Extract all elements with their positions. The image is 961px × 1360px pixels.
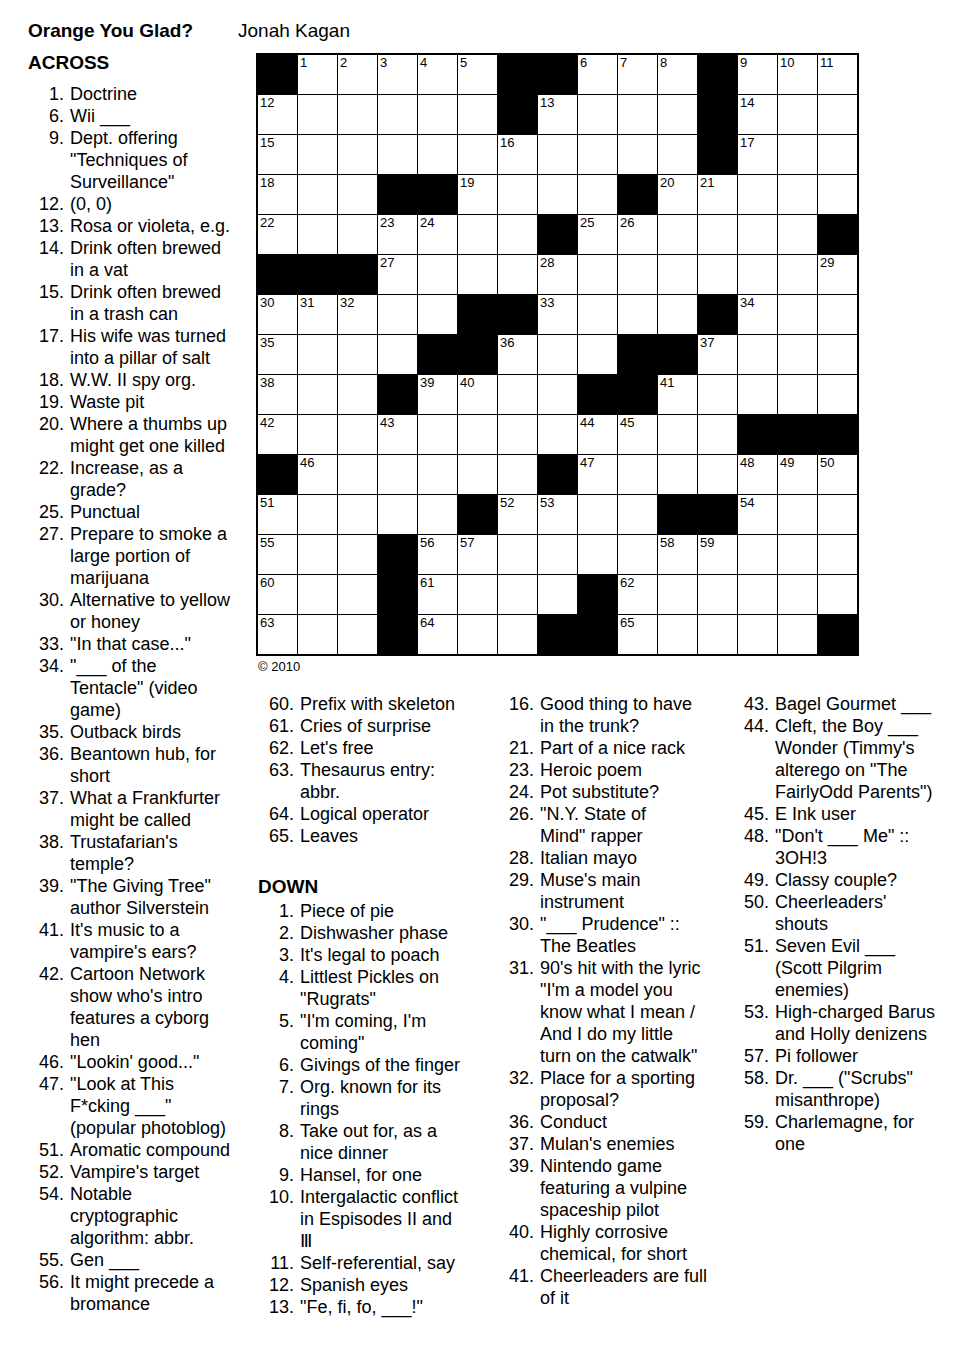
clue-across-20: 20.Where a thumbs up might get one kille… bbox=[28, 413, 254, 457]
cell-r1c7 bbox=[498, 55, 537, 94]
cell-r4c3[interactable] bbox=[338, 175, 377, 214]
clue-text: Nintendo game featuring a vulpine spaces… bbox=[540, 1155, 728, 1221]
cell-r4c14[interactable] bbox=[778, 175, 817, 214]
cell-r6c8[interactable]: 28 bbox=[538, 255, 577, 294]
clue-number: 40. bbox=[498, 1221, 540, 1243]
cell-r14c5[interactable]: 61 bbox=[418, 575, 457, 614]
cell-r12c7[interactable]: 52 bbox=[498, 495, 537, 534]
clue-number: 57. bbox=[733, 1045, 775, 1067]
cell-r12c13[interactable]: 54 bbox=[738, 495, 777, 534]
cell-r15c11[interactable] bbox=[658, 615, 697, 654]
clue-text: Dishwasher phase bbox=[300, 922, 490, 944]
cell-r9c8[interactable] bbox=[538, 375, 577, 414]
clue-text: Littlest Pickles on "Rugrats" bbox=[300, 966, 490, 1010]
cell-r2c10[interactable] bbox=[618, 95, 657, 134]
cell-r2c5[interactable] bbox=[418, 95, 457, 134]
cell-r2c7 bbox=[498, 95, 537, 134]
cell-r2c15[interactable] bbox=[818, 95, 857, 134]
clue-down-2: 2.Dishwasher phase bbox=[258, 922, 490, 944]
cell-r14c13[interactable] bbox=[738, 575, 777, 614]
cell-r1c4[interactable]: 3 bbox=[378, 55, 417, 94]
cell-r7c14[interactable] bbox=[778, 295, 817, 334]
cell-r11c3[interactable] bbox=[338, 455, 377, 494]
cell-r3c15[interactable] bbox=[818, 135, 857, 174]
cell-r8c9[interactable] bbox=[578, 335, 617, 374]
cell-r3c4[interactable] bbox=[378, 135, 417, 174]
cell-r13c9[interactable] bbox=[578, 535, 617, 574]
cell-r4c13[interactable] bbox=[738, 175, 777, 214]
cell-r12c14[interactable] bbox=[778, 495, 817, 534]
cell-r3c9[interactable] bbox=[578, 135, 617, 174]
cell-r9c11[interactable]: 41 bbox=[658, 375, 697, 414]
cell-number: 53 bbox=[540, 495, 554, 510]
cell-r15c2[interactable] bbox=[298, 615, 337, 654]
cell-number: 47 bbox=[580, 455, 594, 470]
cell-number: 44 bbox=[580, 415, 594, 430]
clue-across-17: 17.His wife was turned into a pillar of … bbox=[28, 325, 254, 369]
cell-r1c6[interactable]: 5 bbox=[458, 55, 497, 94]
cell-r15c5[interactable]: 64 bbox=[418, 615, 457, 654]
cell-r1c10[interactable]: 7 bbox=[618, 55, 657, 94]
clue-number: 12. bbox=[258, 1274, 300, 1296]
cell-r13c11[interactable]: 58 bbox=[658, 535, 697, 574]
clue-text: Place for a sporting proposal? bbox=[540, 1067, 728, 1111]
clue-across-6: 6.Wii ___ bbox=[28, 105, 254, 127]
cell-number: 11 bbox=[820, 55, 834, 70]
cell-r11c10[interactable] bbox=[618, 455, 657, 494]
cell-r10c1[interactable]: 42 bbox=[258, 415, 297, 454]
clue-across-35: 35.Outback birds bbox=[28, 721, 254, 743]
cell-r11c4[interactable] bbox=[378, 455, 417, 494]
cell-r13c8[interactable] bbox=[538, 535, 577, 574]
cell-r10c12[interactable] bbox=[698, 415, 737, 454]
cell-r5c4[interactable]: 23 bbox=[378, 215, 417, 254]
clue-number: 43. bbox=[733, 693, 775, 715]
cell-r15c1[interactable]: 63 bbox=[258, 615, 297, 654]
clue-number: 10. bbox=[258, 1186, 300, 1208]
cell-r11c5[interactable] bbox=[418, 455, 457, 494]
clue-across-41: 41.It's music to a vampire's ears? bbox=[28, 919, 254, 963]
clue-text: "N.Y. State of Mind" rapper bbox=[540, 803, 728, 847]
cell-r1c2[interactable]: 1 bbox=[298, 55, 337, 94]
cell-r10c10[interactable]: 45 bbox=[618, 415, 657, 454]
cell-r1c5[interactable]: 4 bbox=[418, 55, 457, 94]
cell-r6c12[interactable] bbox=[698, 255, 737, 294]
cell-r14c1[interactable]: 60 bbox=[258, 575, 297, 614]
clue-down-48: 48."Don't ___ Me" :: 3OH!3 bbox=[733, 825, 961, 869]
clue-text: "___ of the Tentacle" (video game) bbox=[70, 655, 254, 721]
clue-down-7: 7.Org. known for its rings bbox=[258, 1076, 490, 1120]
cell-r3c13[interactable]: 17 bbox=[738, 135, 777, 174]
cell-r11c9[interactable]: 47 bbox=[578, 455, 617, 494]
cell-r4c7[interactable] bbox=[498, 175, 537, 214]
cell-r6c15[interactable]: 29 bbox=[818, 255, 857, 294]
cell-r5c3[interactable] bbox=[338, 215, 377, 254]
cell-number: 30 bbox=[260, 295, 274, 310]
cell-number: 51 bbox=[260, 495, 274, 510]
cell-r6c6[interactable] bbox=[458, 255, 497, 294]
cell-r2c14[interactable] bbox=[778, 95, 817, 134]
cell-r6c7[interactable] bbox=[498, 255, 537, 294]
cell-r15c7[interactable] bbox=[498, 615, 537, 654]
cell-r4c2[interactable] bbox=[298, 175, 337, 214]
cell-number: 55 bbox=[260, 535, 274, 550]
clue-down-49: 49.Classy couple? bbox=[733, 869, 961, 891]
cell-r6c13[interactable] bbox=[738, 255, 777, 294]
cell-number: 4 bbox=[420, 55, 427, 70]
cell-r13c1[interactable]: 55 bbox=[258, 535, 297, 574]
clue-number: 37. bbox=[498, 1133, 540, 1155]
cell-r5c6[interactable] bbox=[458, 215, 497, 254]
clue-text: Cries of surprise bbox=[300, 715, 490, 737]
cell-r5c13[interactable] bbox=[738, 215, 777, 254]
clue-number: 24. bbox=[498, 781, 540, 803]
cell-r4c4 bbox=[378, 175, 417, 214]
cell-r13c14[interactable] bbox=[778, 535, 817, 574]
cell-r7c11[interactable] bbox=[658, 295, 697, 334]
cell-r15c3[interactable] bbox=[338, 615, 377, 654]
cell-r10c5[interactable] bbox=[418, 415, 457, 454]
cell-r1c3[interactable]: 2 bbox=[338, 55, 377, 94]
cell-number: 32 bbox=[340, 295, 354, 310]
cell-r3c8[interactable] bbox=[538, 135, 577, 174]
cell-r2c11[interactable] bbox=[658, 95, 697, 134]
clue-number: 6. bbox=[258, 1054, 300, 1076]
cell-r3c3[interactable] bbox=[338, 135, 377, 174]
cell-r1c13[interactable]: 9 bbox=[738, 55, 777, 94]
cell-r13c15[interactable] bbox=[818, 535, 857, 574]
clue-across-34: 34."___ of the Tentacle" (video game) bbox=[28, 655, 254, 721]
cell-r6c2 bbox=[298, 255, 337, 294]
cell-r5c9[interactable]: 25 bbox=[578, 215, 617, 254]
cell-r8c4[interactable] bbox=[378, 335, 417, 374]
clue-across-38: 38.Trustafarian's temple? bbox=[28, 831, 254, 875]
clue-text: Leaves bbox=[300, 825, 490, 847]
cell-r13c2[interactable] bbox=[298, 535, 337, 574]
cell-r2c3[interactable] bbox=[338, 95, 377, 134]
cell-r8c3[interactable] bbox=[338, 335, 377, 374]
clue-number: 25. bbox=[28, 501, 70, 523]
clue-number: 33. bbox=[28, 633, 70, 655]
clue-text: Mulan's enemies bbox=[540, 1133, 728, 1155]
clue-text: Thesaurus entry: abbr. bbox=[300, 759, 490, 803]
cell-r6c11[interactable] bbox=[658, 255, 697, 294]
cell-r2c4[interactable] bbox=[378, 95, 417, 134]
clue-down-31: 31.90's hit with the lyric "I'm a model … bbox=[498, 957, 728, 1067]
clue-number: 1. bbox=[258, 900, 300, 922]
cell-r2c9[interactable] bbox=[578, 95, 617, 134]
clue-text: Self-referential, say bbox=[300, 1252, 490, 1274]
clue-number: 2. bbox=[258, 922, 300, 944]
cell-r12c12 bbox=[698, 495, 737, 534]
cell-r10c2[interactable] bbox=[298, 415, 337, 454]
clue-number: 32. bbox=[498, 1067, 540, 1089]
cell-r15c13[interactable] bbox=[738, 615, 777, 654]
cell-r7c5[interactable] bbox=[418, 295, 457, 334]
cell-r14c10[interactable]: 62 bbox=[618, 575, 657, 614]
cell-r7c9[interactable] bbox=[578, 295, 617, 334]
cell-r3c14[interactable] bbox=[778, 135, 817, 174]
cell-r15c12[interactable] bbox=[698, 615, 737, 654]
clue-down-28: 28.Italian mayo bbox=[498, 847, 728, 869]
cell-r13c10[interactable] bbox=[618, 535, 657, 574]
cell-r4c6[interactable]: 19 bbox=[458, 175, 497, 214]
cell-r9c2[interactable] bbox=[298, 375, 337, 414]
cell-r3c5[interactable] bbox=[418, 135, 457, 174]
cell-r12c10[interactable] bbox=[618, 495, 657, 534]
clue-down-26: 26."N.Y. State of Mind" rapper bbox=[498, 803, 728, 847]
cell-r12c4[interactable] bbox=[378, 495, 417, 534]
cell-r10c11[interactable] bbox=[658, 415, 697, 454]
cell-r9c15[interactable] bbox=[818, 375, 857, 414]
cell-r1c9[interactable]: 6 bbox=[578, 55, 617, 94]
clue-down-11: 11.Self-referential, say bbox=[258, 1252, 490, 1274]
cell-r15c9 bbox=[578, 615, 617, 654]
cell-number: 54 bbox=[740, 495, 754, 510]
cell-r11c6[interactable] bbox=[458, 455, 497, 494]
clue-across-61: 61.Cries of surprise bbox=[258, 715, 490, 737]
cell-r11c11[interactable] bbox=[658, 455, 697, 494]
cell-r12c6 bbox=[458, 495, 497, 534]
cell-r13c3[interactable] bbox=[338, 535, 377, 574]
cell-r10c7[interactable] bbox=[498, 415, 537, 454]
clue-text: Hansel, for one bbox=[300, 1164, 490, 1186]
cell-r15c14[interactable] bbox=[778, 615, 817, 654]
cell-number: 23 bbox=[380, 215, 394, 230]
clue-text: Givings of the finger bbox=[300, 1054, 490, 1076]
clue-across-33: 33."In that case..." bbox=[28, 633, 254, 655]
clue-number: 58. bbox=[733, 1067, 775, 1089]
cell-r8c13[interactable] bbox=[738, 335, 777, 374]
cell-r3c10[interactable] bbox=[618, 135, 657, 174]
cell-r9c14[interactable] bbox=[778, 375, 817, 414]
cell-r4c12[interactable]: 21 bbox=[698, 175, 737, 214]
cell-r6c4[interactable]: 27 bbox=[378, 255, 417, 294]
cell-r14c8[interactable] bbox=[538, 575, 577, 614]
cell-r6c5[interactable] bbox=[418, 255, 457, 294]
cell-r2c1[interactable]: 12 bbox=[258, 95, 297, 134]
cell-r13c5[interactable]: 56 bbox=[418, 535, 457, 574]
cell-r6c9[interactable] bbox=[578, 255, 617, 294]
cell-r5c7[interactable] bbox=[498, 215, 537, 254]
cell-r7c3[interactable]: 32 bbox=[338, 295, 377, 334]
clue-text: Alternative to yellow or honey bbox=[70, 589, 254, 633]
cell-r9c4 bbox=[378, 375, 417, 414]
cell-number: 64 bbox=[420, 615, 434, 630]
cell-r7c1[interactable]: 30 bbox=[258, 295, 297, 334]
cell-r13c12[interactable]: 59 bbox=[698, 535, 737, 574]
copyright: © 2010 bbox=[258, 659, 300, 675]
cell-number: 20 bbox=[660, 175, 674, 190]
cell-r2c6[interactable] bbox=[458, 95, 497, 134]
cell-r11c13[interactable]: 48 bbox=[738, 455, 777, 494]
clue-text: Drink often brewed in a trash can bbox=[70, 281, 254, 325]
cell-r5c14[interactable] bbox=[778, 215, 817, 254]
cell-r10c3[interactable] bbox=[338, 415, 377, 454]
cell-number: 15 bbox=[260, 135, 274, 150]
clue-number: 35. bbox=[28, 721, 70, 743]
cell-r7c2[interactable]: 31 bbox=[298, 295, 337, 334]
cell-r12c15[interactable] bbox=[818, 495, 857, 534]
cell-r14c7[interactable] bbox=[498, 575, 537, 614]
cell-r12c2[interactable] bbox=[298, 495, 337, 534]
cell-r14c11[interactable] bbox=[658, 575, 697, 614]
cell-number: 24 bbox=[420, 215, 434, 230]
cell-r5c1[interactable]: 22 bbox=[258, 215, 297, 254]
cell-r10c9[interactable]: 44 bbox=[578, 415, 617, 454]
clue-number: 64. bbox=[258, 803, 300, 825]
cell-r10c6[interactable] bbox=[458, 415, 497, 454]
cell-r6c1 bbox=[258, 255, 297, 294]
cell-r4c9[interactable] bbox=[578, 175, 617, 214]
cell-r9c13[interactable] bbox=[738, 375, 777, 414]
cell-r3c7[interactable]: 16 bbox=[498, 135, 537, 174]
cell-r11c7[interactable] bbox=[498, 455, 537, 494]
cell-r6c10[interactable] bbox=[618, 255, 657, 294]
cell-r15c10[interactable]: 65 bbox=[618, 615, 657, 654]
clue-number: 60. bbox=[258, 693, 300, 715]
cell-r8c15[interactable] bbox=[818, 335, 857, 374]
cell-r12c8[interactable]: 53 bbox=[538, 495, 577, 534]
cell-r12c5[interactable] bbox=[418, 495, 457, 534]
cell-number: 10 bbox=[780, 55, 794, 70]
clue-text: Beantown hub, for short bbox=[70, 743, 254, 787]
cell-r8c1[interactable]: 35 bbox=[258, 335, 297, 374]
cell-r11c2[interactable]: 46 bbox=[298, 455, 337, 494]
cell-r9c1[interactable]: 38 bbox=[258, 375, 297, 414]
cell-r8c14[interactable] bbox=[778, 335, 817, 374]
cell-r8c7[interactable]: 36 bbox=[498, 335, 537, 374]
cell-r2c13[interactable]: 14 bbox=[738, 95, 777, 134]
cell-r12c11 bbox=[658, 495, 697, 534]
clue-number: 65. bbox=[258, 825, 300, 847]
cell-r14c12[interactable] bbox=[698, 575, 737, 614]
clue-text: Classy couple? bbox=[775, 869, 961, 891]
cell-r5c12[interactable] bbox=[698, 215, 737, 254]
clue-down-4: 4.Littlest Pickles on "Rugrats" bbox=[258, 966, 490, 1010]
cell-r8c12[interactable]: 37 bbox=[698, 335, 737, 374]
cell-r13c6[interactable]: 57 bbox=[458, 535, 497, 574]
clue-number: 26. bbox=[498, 803, 540, 825]
cell-number: 7 bbox=[620, 55, 627, 70]
cell-number: 17 bbox=[740, 135, 754, 150]
cell-r12c9[interactable] bbox=[578, 495, 617, 534]
clue-down-16: 16.Good thing to have in the trunk? bbox=[498, 693, 728, 737]
clue-number: 12. bbox=[28, 193, 70, 215]
clue-text: Aromatic compound bbox=[70, 1139, 254, 1161]
cell-r11c8 bbox=[538, 455, 577, 494]
cell-number: 41 bbox=[660, 375, 674, 390]
cell-r9c6[interactable]: 40 bbox=[458, 375, 497, 414]
cell-r7c15[interactable] bbox=[818, 295, 857, 334]
clue-number: 47. bbox=[28, 1073, 70, 1095]
clue-number: 45. bbox=[733, 803, 775, 825]
cell-r2c2[interactable] bbox=[298, 95, 337, 134]
clue-text: E Ink user bbox=[775, 803, 961, 825]
clue-down-50: 50.Cheerleaders' shouts bbox=[733, 891, 961, 935]
cell-r1c11[interactable]: 8 bbox=[658, 55, 697, 94]
cell-r5c5[interactable]: 24 bbox=[418, 215, 457, 254]
cell-number: 16 bbox=[500, 135, 514, 150]
cell-r4c15[interactable] bbox=[818, 175, 857, 214]
cell-r9c12[interactable] bbox=[698, 375, 737, 414]
cell-r1c15[interactable]: 11 bbox=[818, 55, 857, 94]
clue-text: Outback birds bbox=[70, 721, 254, 743]
cell-r10c4[interactable]: 43 bbox=[378, 415, 417, 454]
cell-r6c14[interactable] bbox=[778, 255, 817, 294]
cell-r14c6[interactable] bbox=[458, 575, 497, 614]
cell-r5c10[interactable]: 26 bbox=[618, 215, 657, 254]
cell-r2c8[interactable]: 13 bbox=[538, 95, 577, 134]
cell-r14c14[interactable] bbox=[778, 575, 817, 614]
cell-r9c3[interactable] bbox=[338, 375, 377, 414]
cell-r11c14[interactable]: 49 bbox=[778, 455, 817, 494]
cell-r13c7[interactable] bbox=[498, 535, 537, 574]
cell-r4c8[interactable] bbox=[538, 175, 577, 214]
cell-r5c2[interactable] bbox=[298, 215, 337, 254]
cell-r10c8[interactable] bbox=[538, 415, 577, 454]
cell-number: 25 bbox=[580, 215, 594, 230]
clue-number: 30. bbox=[28, 589, 70, 611]
clue-text: It's music to a vampire's ears? bbox=[70, 919, 254, 963]
cell-r7c10[interactable] bbox=[618, 295, 657, 334]
cell-r7c13[interactable]: 34 bbox=[738, 295, 777, 334]
clue-text: Let's free bbox=[300, 737, 490, 759]
cell-r11c12[interactable] bbox=[698, 455, 737, 494]
clue-across-19: 19.Waste pit bbox=[28, 391, 254, 413]
cell-number: 59 bbox=[700, 535, 714, 550]
cell-r7c4[interactable] bbox=[378, 295, 417, 334]
cell-number: 48 bbox=[740, 455, 754, 470]
clue-text: 90's hit with the lyric "I'm a model you… bbox=[540, 957, 728, 1067]
cell-r14c15[interactable] bbox=[818, 575, 857, 614]
cell-r3c1[interactable]: 15 bbox=[258, 135, 297, 174]
cell-r3c2[interactable] bbox=[298, 135, 337, 174]
cell-r8c8[interactable] bbox=[538, 335, 577, 374]
cell-r11c15[interactable]: 50 bbox=[818, 455, 857, 494]
clue-across-36: 36.Beantown hub, for short bbox=[28, 743, 254, 787]
cell-r13c13[interactable] bbox=[738, 535, 777, 574]
cell-r3c11[interactable] bbox=[658, 135, 697, 174]
clue-down-36: 36.Conduct bbox=[498, 1111, 728, 1133]
cell-r3c6[interactable] bbox=[458, 135, 497, 174]
clue-number: 15. bbox=[28, 281, 70, 303]
cell-r10c13 bbox=[738, 415, 777, 454]
cell-r14c2[interactable] bbox=[298, 575, 337, 614]
cell-r4c1[interactable]: 18 bbox=[258, 175, 297, 214]
clue-number: 53. bbox=[733, 1001, 775, 1023]
cell-r1c14[interactable]: 10 bbox=[778, 55, 817, 94]
cell-r15c6[interactable] bbox=[458, 615, 497, 654]
cell-r5c11[interactable] bbox=[658, 215, 697, 254]
cell-number: 62 bbox=[620, 575, 634, 590]
cell-r9c7[interactable] bbox=[498, 375, 537, 414]
clue-number: 20. bbox=[28, 413, 70, 435]
cell-r12c1[interactable]: 51 bbox=[258, 495, 297, 534]
cell-r12c3[interactable] bbox=[338, 495, 377, 534]
cell-number: 56 bbox=[420, 535, 434, 550]
cell-r7c8[interactable]: 33 bbox=[538, 295, 577, 334]
cell-r14c3[interactable] bbox=[338, 575, 377, 614]
cell-r8c2[interactable] bbox=[298, 335, 337, 374]
clue-number: 13. bbox=[258, 1296, 300, 1318]
clue-across-55: 55.Gen ___ bbox=[28, 1249, 254, 1271]
clue-across-37: 37.What a Frankfurter might be called bbox=[28, 787, 254, 831]
clue-number: 8. bbox=[258, 1120, 300, 1142]
cell-r4c11[interactable]: 20 bbox=[658, 175, 697, 214]
clue-across-13: 13.Rosa or violeta, e.g. bbox=[28, 215, 254, 237]
cell-r9c5[interactable]: 39 bbox=[418, 375, 457, 414]
